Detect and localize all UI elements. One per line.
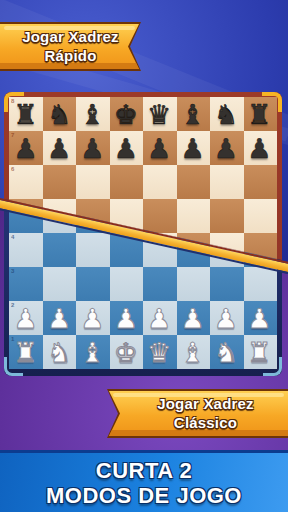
board-square [210,131,244,165]
ribbon-bottom-line1: Jogar Xadrez [157,395,254,414]
rank-label: 7 [11,132,14,138]
board-square [177,199,211,233]
board-square [76,267,110,301]
board-square [210,301,244,335]
rank-label: 1 [11,336,14,342]
board-square [244,335,278,369]
board-square [210,97,244,131]
board-square [43,267,77,301]
board-square [210,267,244,301]
board-square [244,267,278,301]
ribbon-bottom-line2: Clássico [174,414,237,433]
bottom-banner: CURTA 2 MODOS DE JOGO [0,450,288,512]
board-square [143,97,177,131]
board-square [110,267,144,301]
board-square: 2 [9,301,43,335]
board-square [177,97,211,131]
banner-line1: CURTA 2 [96,459,192,484]
board-square [110,335,144,369]
play-rapid-chess-button[interactable]: Jogar Xadrez Rápido [0,22,141,71]
board-square: 7 [9,131,43,165]
board-square [177,165,211,199]
board-square [143,267,177,301]
board-square [210,335,244,369]
ribbon-bottom-label: Jogar Xadrez Clássico [107,389,288,438]
board-square [143,199,177,233]
board-square [177,301,211,335]
board-square [43,97,77,131]
board-square [110,165,144,199]
board-square [76,301,110,335]
board-square [177,131,211,165]
board-square [177,335,211,369]
board-square [43,131,77,165]
board-square [210,165,244,199]
board-square: 8 [9,97,43,131]
board-square [110,97,144,131]
board-square [76,233,110,267]
banner-line2: MODOS DE JOGO [46,484,242,509]
ribbon-top-label: Jogar Xadrez Rápido [0,22,141,71]
board-square [43,301,77,335]
board-square [244,131,278,165]
rank-label: 8 [11,98,14,104]
board-square [143,165,177,199]
board-square: 6 [9,165,43,199]
board-square [244,301,278,335]
rank-label: 2 [11,302,14,308]
board-square [110,131,144,165]
board-square [43,233,77,267]
board-square [143,131,177,165]
board-square [244,97,278,131]
rank-label: 3 [11,268,14,274]
board-square [76,131,110,165]
board-square [177,267,211,301]
board-square [76,335,110,369]
board-square [110,301,144,335]
board-square [143,301,177,335]
rank-label: 4 [11,234,14,240]
board-square [244,165,278,199]
ribbon-top-line1: Jogar Xadrez [22,28,119,47]
board-square [43,335,77,369]
board-square [43,165,77,199]
board-square: 1 [9,335,43,369]
ad-screenshot: 87654321 87654321 ♜♞♝♚♛♝♞♜♟♟♟♟♟♟♟♟♟♟♟♟♟♟… [0,0,288,512]
board-square [244,199,278,233]
rank-label: 6 [11,166,14,172]
board-square: 3 [9,267,43,301]
ribbon-top-line2: Rápido [44,47,96,66]
board-square [76,97,110,131]
board-square [210,199,244,233]
board-square: 4 [9,233,43,267]
board-square [143,335,177,369]
play-classic-chess-button[interactable]: Jogar Xadrez Clássico [107,389,288,438]
board-square [76,165,110,199]
